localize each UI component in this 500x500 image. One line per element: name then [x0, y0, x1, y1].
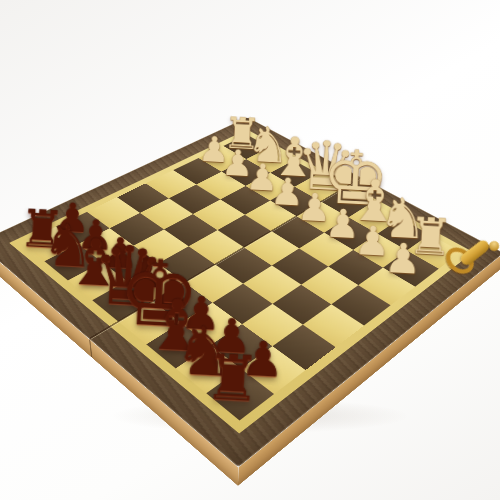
chess-board: ♜♞♝♛♚♝♞♜♟♟♟♟♟♟♟♟♟♟♟♟♟♟♟♟♜♞♝♛♚♝♞♜ — [0, 117, 500, 467]
clasp-knob-icon — [487, 239, 500, 253]
white-pawn[interactable]: ♟ — [383, 240, 425, 277]
board-scene: ♜♞♝♛♚♝♞♜♟♟♟♟♟♟♟♟♟♟♟♟♟♟♟♟♜♞♝♛♚♝♞♜ — [49, 53, 440, 444]
photo-backdrop: ♜♞♝♛♚♝♞♜♟♟♟♟♟♟♟♟♟♟♟♟♟♟♟♟♜♞♝♛♚♝♞♜ — [0, 0, 500, 500]
clasp-hook-icon — [459, 238, 492, 267]
black-rook[interactable]: ♜ — [204, 351, 255, 406]
board-grid: ♜♞♝♛♚♝♞♜♟♟♟♟♟♟♟♟♟♟♟♟♟♟♟♟♜♞♝♛♚♝♞♜ — [22, 135, 461, 421]
